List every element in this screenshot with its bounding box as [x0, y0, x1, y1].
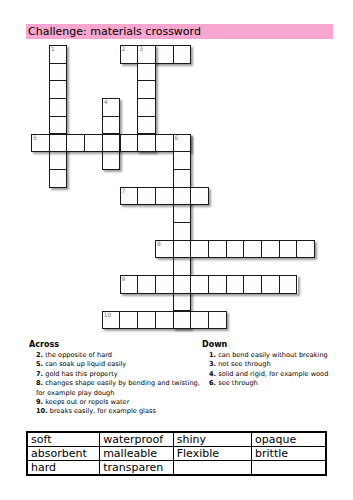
crossword-cell[interactable]	[137, 275, 156, 294]
clue-number: 2.	[36, 351, 43, 359]
word-bank-cell: hard	[27, 461, 100, 476]
crossword-cell[interactable]	[190, 240, 209, 259]
word-bank-cell: waterproof	[100, 432, 174, 447]
crossword-cell[interactable]	[155, 45, 174, 64]
clue-number: 9.	[36, 398, 43, 406]
clue-item: 7. gold has this property	[36, 370, 201, 379]
crossword-cell[interactable]	[120, 134, 139, 153]
across-heading: Across	[29, 340, 201, 350]
word-1-down: 1	[49, 45, 68, 188]
crossword-cell[interactable]	[66, 134, 85, 153]
clue-number: 10.	[36, 407, 48, 415]
crossword-cell[interactable]	[137, 116, 156, 135]
word-bank-table: softwaterproofshinyopaqueabsorbentmallea…	[26, 431, 327, 476]
across-clue-list: 2. the opposite of hard5. can soak up li…	[29, 351, 201, 417]
crossword-cell[interactable]	[173, 275, 192, 294]
crossword-cell[interactable]	[190, 275, 209, 294]
clue-item: 10. breaks easily, for example glass	[36, 407, 201, 416]
crossword-cell[interactable]	[173, 151, 192, 170]
crossword-cell[interactable]	[102, 151, 121, 170]
crossword-cell[interactable]	[226, 240, 245, 259]
clue-number: 4.	[209, 370, 216, 378]
word-7-across: 7	[120, 187, 210, 206]
crossword-cell[interactable]	[102, 116, 121, 135]
crossword-cell[interactable]	[173, 222, 192, 241]
crossword-cell[interactable]	[49, 134, 68, 153]
crossword-cell[interactable]	[173, 204, 192, 223]
clue-number: 8.	[36, 379, 43, 387]
crossword-cell[interactable]	[155, 275, 174, 294]
crossword-cell[interactable]	[226, 275, 245, 294]
crossword-cell[interactable]	[173, 240, 192, 259]
word-bank-cell: shiny	[173, 432, 251, 447]
clue-item: 6. see through	[209, 379, 347, 388]
crossword-cell[interactable]	[155, 311, 174, 330]
clue-number-label: 10	[104, 312, 112, 318]
clue-number: 5.	[36, 360, 43, 368]
clue-number-label: 3	[139, 46, 143, 52]
clue-item: 5. can soak up liquid easily	[36, 360, 201, 369]
crossword-cell[interactable]	[49, 151, 68, 170]
word-bank-cell: opaque	[252, 432, 326, 447]
crossword-cell[interactable]	[261, 240, 280, 259]
word-6-down: 6	[173, 134, 192, 330]
crossword-cell[interactable]	[296, 240, 315, 259]
word-bank-cell: absorbent	[27, 447, 100, 461]
clue-number-label: 7	[122, 188, 126, 194]
crossword-cell[interactable]	[137, 134, 156, 153]
crossword-cell[interactable]	[137, 187, 156, 206]
crossword-cell[interactable]	[243, 275, 262, 294]
clue-number-label: 4	[104, 99, 108, 105]
clue-number: 3.	[209, 360, 216, 368]
clue-number-label: 9	[122, 276, 126, 282]
crossword-cell[interactable]	[155, 134, 174, 153]
crossword-cell[interactable]	[137, 80, 156, 99]
crossword-cell[interactable]	[49, 63, 68, 82]
word-8-across: 8	[155, 240, 315, 259]
crossword-cell[interactable]	[208, 311, 227, 330]
crossword-cell[interactable]	[261, 275, 280, 294]
word-bank-cell: Flexible	[173, 447, 251, 461]
crossword-cell[interactable]	[208, 275, 227, 294]
crossword-cell[interactable]	[102, 134, 121, 153]
clue-item: 8. changes shape easily by bending and t…	[36, 379, 201, 398]
word-bank-cell: brittle	[252, 447, 326, 461]
crossword-cell[interactable]	[173, 311, 192, 330]
crossword-cell[interactable]	[173, 187, 192, 206]
down-heading: Down	[202, 340, 347, 350]
clue-number: 1.	[209, 351, 216, 359]
word-5-across: 5	[31, 134, 191, 153]
crossword-cell[interactable]	[190, 187, 209, 206]
clue-number-label: 1	[51, 46, 55, 52]
crossword-cell[interactable]	[49, 169, 68, 188]
word-bank-cell: malleable	[100, 447, 174, 461]
clue-item: 2. the opposite of hard	[36, 351, 201, 360]
word-10-across: 10	[102, 311, 227, 330]
word-bank-cell	[173, 461, 251, 476]
crossword-cell[interactable]	[119, 311, 138, 330]
clue-item: 9. keeps out or repels water	[36, 398, 201, 407]
crossword-cell[interactable]	[173, 257, 192, 276]
clue-number-label: 8	[157, 241, 161, 247]
crossword-cell[interactable]	[279, 240, 298, 259]
across-clues-section: Across 2. the opposite of hard5. can soa…	[29, 340, 201, 417]
clue-number: 7.	[36, 370, 43, 378]
page-title: Challenge: materials crossword	[26, 24, 333, 39]
down-clues-section: Down 1. can bend easily without breaking…	[202, 340, 347, 389]
clue-number-label: 5	[33, 135, 37, 141]
crossword-cell[interactable]	[84, 134, 103, 153]
crossword-grid: 12345678910	[31, 45, 316, 330]
word-bank-row: absorbentmalleableFlexiblebrittle	[27, 447, 326, 461]
crossword-cell[interactable]	[49, 80, 68, 99]
crossword-cell[interactable]	[137, 63, 156, 82]
word-bank-cell: soft	[27, 432, 100, 447]
crossword-cell[interactable]	[208, 240, 227, 259]
word-bank: softwaterproofshinyopaqueabsorbentmallea…	[26, 431, 327, 476]
crossword-cell[interactable]	[173, 169, 192, 188]
crossword-cell[interactable]	[173, 45, 192, 64]
crossword-cell[interactable]	[137, 98, 156, 117]
word-9-across: 9	[120, 275, 298, 294]
clue-number-label: 2	[122, 46, 126, 52]
word-bank-cell: transparen	[100, 461, 174, 476]
word-bank-row: softwaterproofshinyopaque	[27, 432, 326, 447]
crossword-cell[interactable]	[137, 311, 156, 330]
crossword-cell[interactable]	[155, 187, 174, 206]
down-clue-list: 1. can bend easily without breaking3. no…	[202, 351, 347, 389]
crossword-cell[interactable]	[49, 98, 68, 117]
crossword-cell[interactable]	[243, 240, 262, 259]
word-bank-cell	[252, 461, 326, 476]
clue-item: 3. not see through	[209, 360, 347, 369]
clue-number-label: 6	[175, 135, 179, 141]
crossword-cell[interactable]	[173, 293, 192, 312]
clue-item: 4. solid and rigid, for example wood	[209, 370, 347, 379]
crossword-cell[interactable]	[190, 311, 209, 330]
crossword-cell[interactable]	[279, 275, 298, 294]
clue-item: 1. can bend easily without breaking	[209, 351, 347, 360]
word-bank-row: hardtransparen	[27, 461, 326, 476]
crossword-cell[interactable]	[49, 116, 68, 135]
clue-number: 6.	[209, 379, 216, 387]
